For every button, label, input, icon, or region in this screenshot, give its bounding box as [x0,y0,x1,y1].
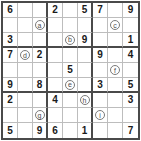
empty-cell-r7c2[interactable] [18,93,33,108]
given-digit-r1c6: 5 [78,3,93,18]
given-digit-r4c1: 7 [3,48,18,63]
empty-cell-r4c8[interactable] [108,48,123,63]
empty-cell-r5c6[interactable] [78,63,93,78]
empty-cell-r4c6[interactable] [78,48,93,63]
cell-r8c7[interactable]: i [93,108,108,123]
cell-r2c3[interactable]: a [33,18,48,33]
given-digit-r6c7: 3 [93,78,108,93]
empty-cell-r2c9[interactable] [123,18,138,33]
empty-cell-r2c1[interactable] [3,18,18,33]
empty-cell-r3c4[interactable] [48,33,63,48]
cell-r4c2[interactable]: d [18,48,33,63]
empty-cell-r9c8[interactable] [108,123,123,138]
given-digit-r1c4: 2 [48,3,63,18]
cell-r2c8[interactable]: c [108,18,123,33]
given-digit-r1c9: 9 [123,3,138,18]
circled-letter-marker: c [110,20,120,30]
cell-r5c8[interactable]: f [108,63,123,78]
circled-letter-marker: a [35,20,45,30]
empty-cell-r7c5[interactable] [63,93,78,108]
empty-cell-r1c2[interactable] [18,3,33,18]
empty-cell-r9c2[interactable] [18,123,33,138]
given-digit-r9c1: 5 [3,123,18,138]
empty-cell-r2c7[interactable] [93,18,108,33]
empty-cell-r6c4[interactable] [48,78,63,93]
empty-cell-r2c6[interactable] [78,18,93,33]
empty-cell-r6c8[interactable] [108,78,123,93]
given-digit-r1c1: 6 [3,3,18,18]
given-digit-r9c6: 1 [78,123,93,138]
given-digit-r6c3: 8 [33,78,48,93]
empty-cell-r8c5[interactable] [63,108,78,123]
empty-cell-r2c4[interactable] [48,18,63,33]
given-digit-r3c1: 3 [3,33,18,48]
empty-cell-r5c9[interactable] [123,63,138,78]
empty-cell-r7c7[interactable] [93,93,108,108]
empty-cell-r4c5[interactable] [63,48,78,63]
cell-r8c3[interactable]: g [33,108,48,123]
empty-cell-r5c2[interactable] [18,63,33,78]
given-digit-r9c4: 6 [48,123,63,138]
empty-cell-r9c7[interactable] [93,123,108,138]
empty-cell-r4c4[interactable] [48,48,63,63]
empty-cell-r3c7[interactable] [93,33,108,48]
empty-cell-r3c8[interactable] [108,33,123,48]
empty-cell-r7c3[interactable] [33,93,48,108]
empty-cell-r8c1[interactable] [3,108,18,123]
given-digit-r4c9: 4 [123,48,138,63]
empty-cell-r5c4[interactable] [48,63,63,78]
cell-r3c5[interactable]: b [63,33,78,48]
empty-cell-r2c5[interactable] [63,18,78,33]
circled-letter-marker: h [80,95,90,105]
given-digit-r6c9: 5 [123,78,138,93]
empty-cell-r8c2[interactable] [18,108,33,123]
given-digit-r9c9: 7 [123,123,138,138]
circled-letter-marker: g [35,110,45,120]
empty-cell-r8c4[interactable] [48,108,63,123]
given-digit-r6c1: 9 [3,78,18,93]
empty-cell-r5c7[interactable] [93,63,108,78]
given-digit-r1c7: 7 [93,3,108,18]
given-digit-r7c4: 4 [48,93,63,108]
empty-cell-r3c2[interactable] [18,33,33,48]
empty-cell-r1c5[interactable] [63,3,78,18]
given-digit-r4c3: 2 [33,48,48,63]
empty-cell-r1c3[interactable] [33,3,48,18]
given-digit-r7c1: 2 [3,93,18,108]
given-digit-r7c9: 3 [123,93,138,108]
empty-cell-r1c8[interactable] [108,3,123,18]
empty-cell-r6c6[interactable] [78,78,93,93]
given-digit-r9c3: 9 [33,123,48,138]
empty-cell-r5c1[interactable] [3,63,18,78]
cell-r6c5[interactable]: e [63,78,78,93]
empty-cell-r3c3[interactable] [33,33,48,48]
circled-letter-marker: e [65,80,75,90]
circled-letter-marker: d [20,50,30,60]
given-digit-r3c6: 9 [78,33,93,48]
given-digit-r5c5: 5 [63,63,78,78]
empty-cell-r5c3[interactable] [33,63,48,78]
empty-cell-r7c8[interactable] [108,93,123,108]
empty-cell-r2c2[interactable] [18,18,33,33]
sudoku-board: 62579ac3b917d2945f98e3524h3gi59617 [1,1,140,140]
empty-cell-r6c2[interactable] [18,78,33,93]
empty-cell-r8c8[interactable] [108,108,123,123]
given-digit-r4c7: 9 [93,48,108,63]
circled-letter-marker: b [65,35,75,45]
empty-cell-r8c9[interactable] [123,108,138,123]
empty-cell-r8c6[interactable] [78,108,93,123]
cell-r7c6[interactable]: h [78,93,93,108]
given-digit-r3c9: 1 [123,33,138,48]
circled-letter-marker: f [110,65,120,75]
empty-cell-r9c5[interactable] [63,123,78,138]
circled-letter-marker: i [95,110,105,120]
